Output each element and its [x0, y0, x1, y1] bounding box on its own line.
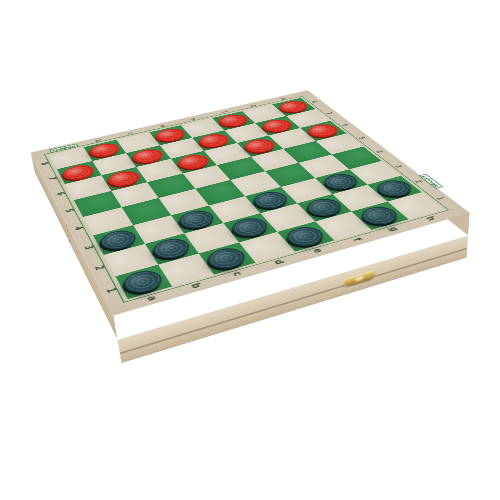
perspective-stage: xalingo xalingo aabbccddeeffgghh11223344… — [0, 0, 500, 500]
file-label-a-far: a — [57, 145, 71, 152]
rank-label-6-left: 6 — [53, 190, 69, 199]
brass-latch — [343, 269, 375, 287]
file-label-f-near: f — [347, 234, 367, 245]
green-piece-c1[interactable] — [203, 245, 250, 272]
rank-label-7-left: 7 — [45, 174, 60, 182]
file-label-b-near: b — [186, 280, 206, 292]
rank-label-1-left: 1 — [102, 284, 121, 296]
checkers-box: xalingo xalingo aabbccddeeffgghh11223344… — [35, 109, 469, 340]
rank-label-8-left: 8 — [38, 160, 53, 168]
file-label-g-near: g — [385, 224, 405, 234]
rank-label-3-left: 3 — [80, 242, 98, 253]
rank-label-5-left: 5 — [62, 206, 78, 215]
rank-label-4-left: 4 — [71, 223, 88, 233]
file-label-h-near: h — [421, 213, 441, 223]
brass-latch-pin — [354, 275, 363, 282]
photo-tilt: xalingo xalingo aabbccddeeffgghh11223344… — [0, 0, 500, 500]
rank-label-2-left: 2 — [91, 262, 110, 273]
page-background: xalingo xalingo aabbccddeeffgghh11223344… — [0, 0, 500, 500]
